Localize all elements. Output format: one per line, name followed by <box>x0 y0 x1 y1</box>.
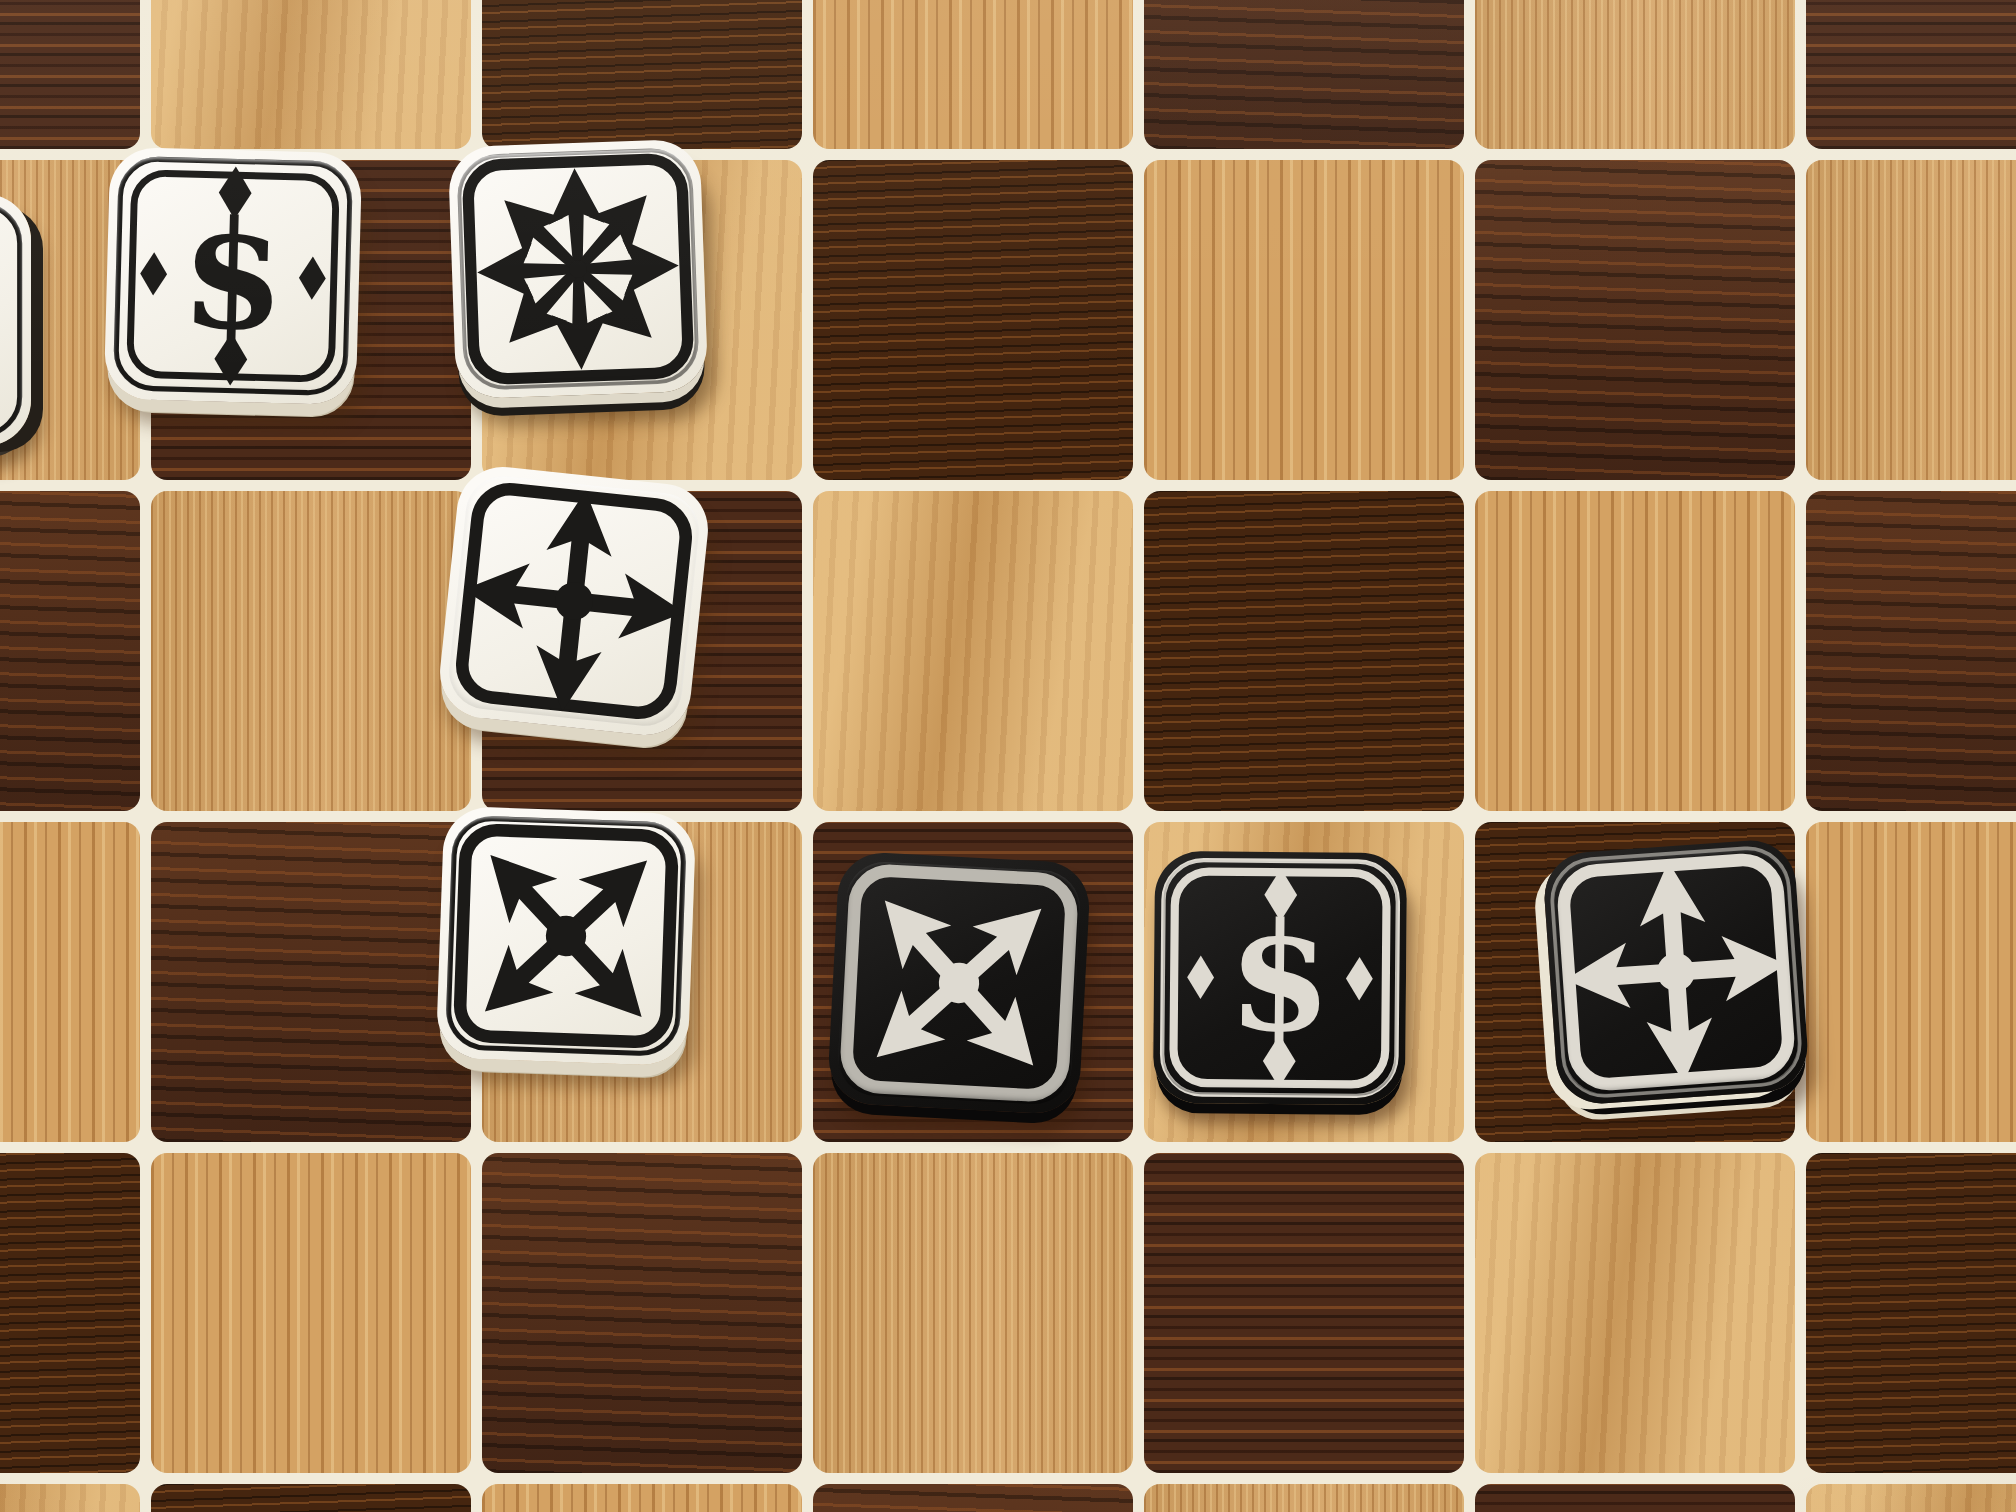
square-r3-c0[interactable] <box>0 822 140 1142</box>
piece-white-chaos-star[interactable] <box>448 139 709 400</box>
piece-white-orthogonal[interactable] <box>436 463 713 740</box>
chaos-star-icon <box>448 139 709 400</box>
square-r4-c3[interactable] <box>813 1153 1133 1473</box>
square-r2-c1[interactable] <box>151 491 471 811</box>
piece-black-orthogonal[interactable] <box>1542 838 1811 1107</box>
square-r1-c1[interactable]: $ <box>151 160 471 480</box>
square-r0-c0[interactable] <box>0 0 140 149</box>
square-r4-c6[interactable] <box>1806 1153 2016 1473</box>
square-r0-c1[interactable] <box>151 0 471 149</box>
checkered-board: $$ <box>0 0 2016 1512</box>
piece-white-edge-partial[interactable] <box>0 194 31 446</box>
hidden-icon <box>0 194 31 446</box>
square-r1-c3[interactable] <box>813 160 1133 480</box>
square-r4-c2[interactable] <box>482 1153 802 1473</box>
square-r5-c1[interactable] <box>151 1484 471 1512</box>
arrows-orthogonal-icon <box>1542 838 1811 1107</box>
dollar-icon: $ <box>104 147 363 406</box>
square-r2-c5[interactable] <box>1475 491 1795 811</box>
square-r3-c3[interactable] <box>813 822 1133 1142</box>
square-r2-c4[interactable] <box>1144 491 1464 811</box>
square-r5-c2[interactable] <box>482 1484 802 1512</box>
square-r4-c4[interactable] <box>1144 1153 1464 1473</box>
square-r5-c5[interactable] <box>1475 1484 1795 1512</box>
square-r0-c4[interactable] <box>1144 0 1464 149</box>
square-r1-c5[interactable] <box>1475 160 1795 480</box>
square-r4-c0[interactable] <box>0 1153 140 1473</box>
square-r3-c2[interactable] <box>482 822 802 1142</box>
piece-black-dollar[interactable]: $ <box>1153 851 1407 1105</box>
arrows-diagonal-icon <box>827 851 1092 1116</box>
square-r4-c5[interactable] <box>1475 1153 1795 1473</box>
square-r4-c1[interactable] <box>151 1153 471 1473</box>
board-photo: Custom checkers-style abstract strategy … <box>0 0 2016 1512</box>
square-r3-c5[interactable] <box>1475 822 1795 1142</box>
square-r3-c1[interactable] <box>151 822 471 1142</box>
square-r1-c4[interactable] <box>1144 160 1464 480</box>
square-r0-c5[interactable] <box>1475 0 1795 149</box>
square-r3-c4[interactable]: $ <box>1144 822 1464 1142</box>
square-r2-c0[interactable] <box>0 491 140 811</box>
square-r5-c4[interactable] <box>1144 1484 1464 1512</box>
square-r0-c6[interactable] <box>1806 0 2016 149</box>
piece-white-diagonal[interactable] <box>436 806 697 1067</box>
square-r0-c3[interactable] <box>813 0 1133 149</box>
square-r5-c6[interactable] <box>1806 1484 2016 1512</box>
arrows-orthogonal-icon <box>436 463 713 740</box>
dollar-icon: $ <box>1153 851 1407 1105</box>
square-r2-c2[interactable] <box>482 491 802 811</box>
square-r5-c0[interactable] <box>0 1484 140 1512</box>
piece-black-diagonal[interactable] <box>827 851 1092 1116</box>
arrows-diagonal-icon <box>436 806 697 1067</box>
square-r0-c2[interactable] <box>482 0 802 149</box>
piece-white-dollar[interactable]: $ <box>104 147 363 406</box>
square-r1-c6[interactable] <box>1806 160 2016 480</box>
square-r1-c2[interactable] <box>482 160 802 480</box>
square-r2-c6[interactable] <box>1806 491 2016 811</box>
square-r3-c6[interactable] <box>1806 822 2016 1142</box>
square-r5-c3[interactable] <box>813 1484 1133 1512</box>
square-r2-c3[interactable] <box>813 491 1133 811</box>
